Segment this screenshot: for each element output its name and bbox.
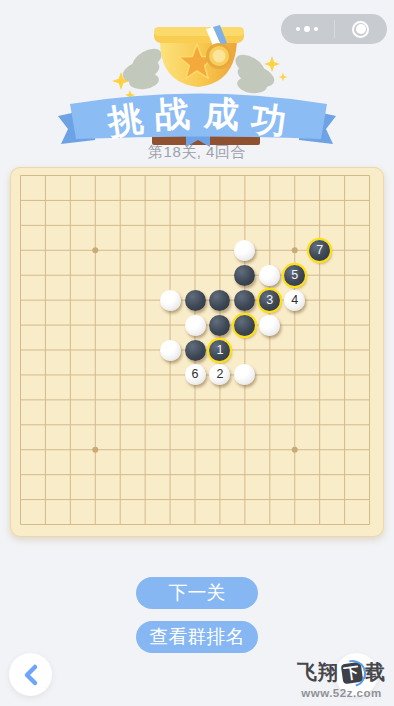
board-grid: 7534162 (20, 175, 370, 525)
back-button[interactable] (9, 653, 52, 696)
watermark-text: 飞翔 (297, 659, 339, 686)
next-level-button[interactable]: 下一关 (136, 577, 258, 609)
star-point (292, 447, 298, 453)
svg-text:战: 战 (154, 93, 191, 134)
stone-black-move-1: 1 (209, 340, 230, 361)
stone-white-move-4: 4 (284, 290, 305, 311)
stone-white (160, 340, 181, 361)
stone-black-move-5: 5 (284, 265, 305, 286)
star-point (92, 447, 98, 453)
gomoku-board: 7534162 (10, 167, 384, 537)
stone-black-move-3: 3 (259, 290, 280, 311)
svg-text:功: 功 (248, 98, 289, 142)
watermark-url: www.52z.com (297, 687, 386, 699)
watermark-text: 载 (365, 659, 386, 686)
svg-text:成: 成 (202, 93, 240, 134)
stone-black (209, 315, 230, 336)
stone-black (209, 290, 230, 311)
victory-header-graphic: 挑 战 成 功 (0, 0, 394, 160)
app-screen: 挑 战 成 功 第18关, 4回合 7534162 下一关 查看群排名 飞翔 下… (0, 0, 394, 706)
stone-black (234, 265, 255, 286)
download-logo-icon: 下 (341, 661, 364, 684)
watermark-title: 飞翔 下 载 (297, 659, 386, 686)
stone-black (234, 290, 255, 311)
stone-white-move-6: 6 (185, 364, 206, 385)
chevron-left-icon (22, 663, 40, 687)
stone-white (160, 290, 181, 311)
stone-white (185, 315, 206, 336)
level-round-info: 第18关, 4回合 (0, 143, 394, 162)
stone-black (185, 290, 206, 311)
banner-ribbon (58, 94, 336, 145)
star-point (92, 247, 98, 253)
stone-white (259, 265, 280, 286)
view-group-ranking-button[interactable]: 查看群排名 (136, 621, 258, 653)
stone-black (185, 340, 206, 361)
star-point (292, 247, 298, 253)
stone-black (234, 315, 255, 336)
stone-black-move-7: 7 (309, 240, 330, 261)
stone-white (259, 315, 280, 336)
watermark: 飞翔 下 载 www.52z.com (297, 659, 386, 699)
svg-text:挑: 挑 (104, 98, 145, 142)
